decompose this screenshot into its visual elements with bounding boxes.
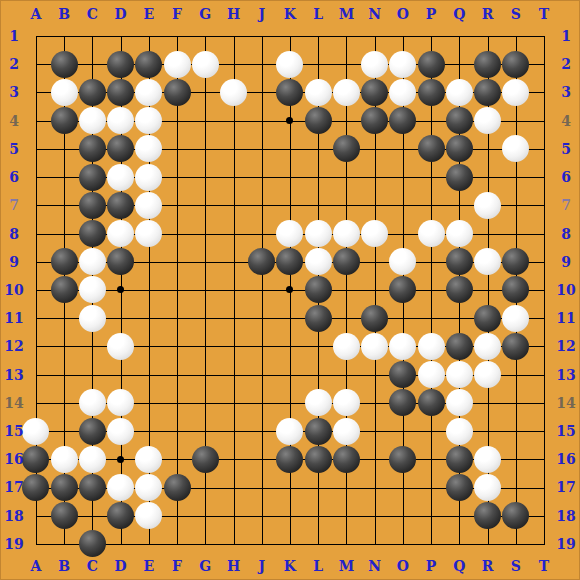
intersection-B3[interactable] <box>50 78 78 106</box>
intersection-S10[interactable] <box>502 276 530 304</box>
intersection-B16[interactable] <box>50 445 78 473</box>
intersection-O10[interactable] <box>389 276 417 304</box>
intersection-A16[interactable] <box>22 445 50 473</box>
intersection-N9[interactable] <box>361 248 389 276</box>
intersection-P16[interactable] <box>417 445 445 473</box>
intersection-L7[interactable] <box>304 191 332 219</box>
intersection-M3[interactable] <box>332 78 360 106</box>
intersection-G6[interactable] <box>191 163 219 191</box>
intersection-E8[interactable] <box>135 219 163 247</box>
intersection-N1[interactable] <box>361 22 389 50</box>
intersection-K18[interactable] <box>276 502 304 530</box>
intersection-J18[interactable] <box>248 502 276 530</box>
intersection-P1[interactable] <box>417 22 445 50</box>
intersection-J17[interactable] <box>248 473 276 501</box>
intersection-Q6[interactable] <box>445 163 473 191</box>
intersection-R15[interactable] <box>473 417 501 445</box>
intersection-E7[interactable] <box>135 191 163 219</box>
intersection-S6[interactable] <box>502 163 530 191</box>
intersection-M8[interactable] <box>332 219 360 247</box>
intersection-N7[interactable] <box>361 191 389 219</box>
intersection-F7[interactable] <box>163 191 191 219</box>
intersection-D16[interactable] <box>107 445 135 473</box>
intersection-B10[interactable] <box>50 276 78 304</box>
intersection-E3[interactable] <box>135 78 163 106</box>
intersection-G7[interactable] <box>191 191 219 219</box>
intersection-F9[interactable] <box>163 248 191 276</box>
intersection-M12[interactable] <box>332 332 360 360</box>
intersection-H17[interactable] <box>219 473 247 501</box>
intersection-F5[interactable] <box>163 135 191 163</box>
intersection-E10[interactable] <box>135 276 163 304</box>
intersection-N2[interactable] <box>361 50 389 78</box>
intersection-L15[interactable] <box>304 417 332 445</box>
intersection-H10[interactable] <box>219 276 247 304</box>
intersection-L4[interactable] <box>304 107 332 135</box>
intersection-L13[interactable] <box>304 361 332 389</box>
intersection-B17[interactable] <box>50 473 78 501</box>
intersection-K7[interactable] <box>276 191 304 219</box>
intersection-H9[interactable] <box>219 248 247 276</box>
intersection-B13[interactable] <box>50 361 78 389</box>
intersection-C6[interactable] <box>78 163 106 191</box>
intersection-L1[interactable] <box>304 22 332 50</box>
intersection-B12[interactable] <box>50 332 78 360</box>
intersection-D17[interactable] <box>107 473 135 501</box>
intersection-D15[interactable] <box>107 417 135 445</box>
intersection-H1[interactable] <box>219 22 247 50</box>
intersection-A12[interactable] <box>22 332 50 360</box>
intersection-F11[interactable] <box>163 304 191 332</box>
intersection-E2[interactable] <box>135 50 163 78</box>
intersection-M14[interactable] <box>332 389 360 417</box>
intersection-L18[interactable] <box>304 502 332 530</box>
intersection-C8[interactable] <box>78 219 106 247</box>
intersection-P5[interactable] <box>417 135 445 163</box>
intersection-M16[interactable] <box>332 445 360 473</box>
intersection-N14[interactable] <box>361 389 389 417</box>
intersection-Q1[interactable] <box>445 22 473 50</box>
intersection-J4[interactable] <box>248 107 276 135</box>
intersection-J14[interactable] <box>248 389 276 417</box>
intersection-O11[interactable] <box>389 304 417 332</box>
intersection-A14[interactable] <box>22 389 50 417</box>
intersection-B14[interactable] <box>50 389 78 417</box>
intersection-M9[interactable] <box>332 248 360 276</box>
intersection-G4[interactable] <box>191 107 219 135</box>
intersection-C12[interactable] <box>78 332 106 360</box>
intersection-Q17[interactable] <box>445 473 473 501</box>
intersection-C9[interactable] <box>78 248 106 276</box>
intersection-P10[interactable] <box>417 276 445 304</box>
intersection-R18[interactable] <box>473 502 501 530</box>
intersection-S18[interactable] <box>502 502 530 530</box>
intersection-F1[interactable] <box>163 22 191 50</box>
intersection-R12[interactable] <box>473 332 501 360</box>
intersection-D1[interactable] <box>107 22 135 50</box>
intersection-H15[interactable] <box>219 417 247 445</box>
intersection-D2[interactable] <box>107 50 135 78</box>
intersection-Q16[interactable] <box>445 445 473 473</box>
intersection-L5[interactable] <box>304 135 332 163</box>
intersection-P14[interactable] <box>417 389 445 417</box>
intersection-O14[interactable] <box>389 389 417 417</box>
intersection-S9[interactable] <box>502 248 530 276</box>
intersection-P6[interactable] <box>417 163 445 191</box>
intersection-K12[interactable] <box>276 332 304 360</box>
intersection-J3[interactable] <box>248 78 276 106</box>
intersection-E9[interactable] <box>135 248 163 276</box>
intersection-H14[interactable] <box>219 389 247 417</box>
intersection-D14[interactable] <box>107 389 135 417</box>
intersection-K15[interactable] <box>276 417 304 445</box>
intersection-K14[interactable] <box>276 389 304 417</box>
intersection-R11[interactable] <box>473 304 501 332</box>
intersection-N4[interactable] <box>361 107 389 135</box>
intersection-K16[interactable] <box>276 445 304 473</box>
intersection-R13[interactable] <box>473 361 501 389</box>
intersection-J16[interactable] <box>248 445 276 473</box>
intersection-A2[interactable] <box>22 50 50 78</box>
intersection-A9[interactable] <box>22 248 50 276</box>
intersection-L9[interactable] <box>304 248 332 276</box>
intersection-R17[interactable] <box>473 473 501 501</box>
intersection-E16[interactable] <box>135 445 163 473</box>
intersection-N17[interactable] <box>361 473 389 501</box>
intersection-S7[interactable] <box>502 191 530 219</box>
intersection-B6[interactable] <box>50 163 78 191</box>
intersection-Q4[interactable] <box>445 107 473 135</box>
intersection-K3[interactable] <box>276 78 304 106</box>
intersection-P4[interactable] <box>417 107 445 135</box>
intersection-S3[interactable] <box>502 78 530 106</box>
intersection-G17[interactable] <box>191 473 219 501</box>
intersection-K8[interactable] <box>276 219 304 247</box>
intersection-M15[interactable] <box>332 417 360 445</box>
intersection-B5[interactable] <box>50 135 78 163</box>
intersection-E1[interactable] <box>135 22 163 50</box>
intersection-E15[interactable] <box>135 417 163 445</box>
intersection-D7[interactable] <box>107 191 135 219</box>
intersection-O18[interactable] <box>389 502 417 530</box>
intersection-A17[interactable] <box>22 473 50 501</box>
intersection-C11[interactable] <box>78 304 106 332</box>
intersection-G5[interactable] <box>191 135 219 163</box>
intersection-R5[interactable] <box>473 135 501 163</box>
intersection-S5[interactable] <box>502 135 530 163</box>
intersection-O7[interactable] <box>389 191 417 219</box>
intersection-O6[interactable] <box>389 163 417 191</box>
intersection-P13[interactable] <box>417 361 445 389</box>
intersection-C4[interactable] <box>78 107 106 135</box>
intersection-H3[interactable] <box>219 78 247 106</box>
intersection-N8[interactable] <box>361 219 389 247</box>
intersection-P11[interactable] <box>417 304 445 332</box>
intersection-P17[interactable] <box>417 473 445 501</box>
intersection-S13[interactable] <box>502 361 530 389</box>
intersection-C14[interactable] <box>78 389 106 417</box>
intersection-M5[interactable] <box>332 135 360 163</box>
intersection-O12[interactable] <box>389 332 417 360</box>
intersection-P3[interactable] <box>417 78 445 106</box>
intersection-B15[interactable] <box>50 417 78 445</box>
intersection-B7[interactable] <box>50 191 78 219</box>
intersection-Q14[interactable] <box>445 389 473 417</box>
intersection-C13[interactable] <box>78 361 106 389</box>
intersection-O5[interactable] <box>389 135 417 163</box>
intersection-J7[interactable] <box>248 191 276 219</box>
intersection-H13[interactable] <box>219 361 247 389</box>
intersection-D12[interactable] <box>107 332 135 360</box>
intersection-F16[interactable] <box>163 445 191 473</box>
intersection-N11[interactable] <box>361 304 389 332</box>
intersection-C16[interactable] <box>78 445 106 473</box>
intersection-E12[interactable] <box>135 332 163 360</box>
intersection-P8[interactable] <box>417 219 445 247</box>
intersection-O16[interactable] <box>389 445 417 473</box>
intersection-J6[interactable] <box>248 163 276 191</box>
intersection-Q13[interactable] <box>445 361 473 389</box>
intersection-A13[interactable] <box>22 361 50 389</box>
intersection-G2[interactable] <box>191 50 219 78</box>
intersection-S11[interactable] <box>502 304 530 332</box>
intersection-L12[interactable] <box>304 332 332 360</box>
intersection-B11[interactable] <box>50 304 78 332</box>
intersection-A3[interactable] <box>22 78 50 106</box>
intersection-G16[interactable] <box>191 445 219 473</box>
intersection-S8[interactable] <box>502 219 530 247</box>
intersection-O9[interactable] <box>389 248 417 276</box>
intersection-M4[interactable] <box>332 107 360 135</box>
intersection-A10[interactable] <box>22 276 50 304</box>
intersection-D13[interactable] <box>107 361 135 389</box>
intersection-Q10[interactable] <box>445 276 473 304</box>
intersection-E6[interactable] <box>135 163 163 191</box>
intersection-L17[interactable] <box>304 473 332 501</box>
intersection-F3[interactable] <box>163 78 191 106</box>
intersection-K2[interactable] <box>276 50 304 78</box>
intersection-N6[interactable] <box>361 163 389 191</box>
intersection-G11[interactable] <box>191 304 219 332</box>
intersection-C18[interactable] <box>78 502 106 530</box>
intersection-Q18[interactable] <box>445 502 473 530</box>
intersection-C17[interactable] <box>78 473 106 501</box>
intersection-R6[interactable] <box>473 163 501 191</box>
intersection-H8[interactable] <box>219 219 247 247</box>
intersection-G18[interactable] <box>191 502 219 530</box>
intersection-P12[interactable] <box>417 332 445 360</box>
intersection-M10[interactable] <box>332 276 360 304</box>
intersection-P18[interactable] <box>417 502 445 530</box>
intersection-M11[interactable] <box>332 304 360 332</box>
intersection-O1[interactable] <box>389 22 417 50</box>
intersection-A18[interactable] <box>22 502 50 530</box>
intersection-C10[interactable] <box>78 276 106 304</box>
intersection-N13[interactable] <box>361 361 389 389</box>
intersection-R16[interactable] <box>473 445 501 473</box>
intersection-J8[interactable] <box>248 219 276 247</box>
intersection-J15[interactable] <box>248 417 276 445</box>
intersection-F10[interactable] <box>163 276 191 304</box>
intersection-H7[interactable] <box>219 191 247 219</box>
intersection-R2[interactable] <box>473 50 501 78</box>
intersection-J5[interactable] <box>248 135 276 163</box>
intersection-N10[interactable] <box>361 276 389 304</box>
intersection-O3[interactable] <box>389 78 417 106</box>
intersection-S2[interactable] <box>502 50 530 78</box>
intersection-A4[interactable] <box>22 107 50 135</box>
intersection-J13[interactable] <box>248 361 276 389</box>
intersection-J10[interactable] <box>248 276 276 304</box>
intersection-J11[interactable] <box>248 304 276 332</box>
intersection-H16[interactable] <box>219 445 247 473</box>
intersection-Q2[interactable] <box>445 50 473 78</box>
intersection-J1[interactable] <box>248 22 276 50</box>
intersection-M13[interactable] <box>332 361 360 389</box>
intersection-E17[interactable] <box>135 473 163 501</box>
intersection-D5[interactable] <box>107 135 135 163</box>
intersection-G14[interactable] <box>191 389 219 417</box>
intersection-E14[interactable] <box>135 389 163 417</box>
intersection-B1[interactable] <box>50 22 78 50</box>
intersection-D11[interactable] <box>107 304 135 332</box>
intersection-K10[interactable] <box>276 276 304 304</box>
intersection-E13[interactable] <box>135 361 163 389</box>
intersection-F14[interactable] <box>163 389 191 417</box>
intersection-R10[interactable] <box>473 276 501 304</box>
intersection-K4[interactable] <box>276 107 304 135</box>
intersection-F2[interactable] <box>163 50 191 78</box>
intersection-A5[interactable] <box>22 135 50 163</box>
intersection-G3[interactable] <box>191 78 219 106</box>
intersection-C7[interactable] <box>78 191 106 219</box>
intersection-A7[interactable] <box>22 191 50 219</box>
intersection-L16[interactable] <box>304 445 332 473</box>
intersection-M18[interactable] <box>332 502 360 530</box>
intersection-A15[interactable] <box>22 417 50 445</box>
intersection-K9[interactable] <box>276 248 304 276</box>
intersection-R1[interactable] <box>473 22 501 50</box>
intersection-M1[interactable] <box>332 22 360 50</box>
intersection-S1[interactable] <box>502 22 530 50</box>
intersection-B4[interactable] <box>50 107 78 135</box>
intersection-F6[interactable] <box>163 163 191 191</box>
intersection-L14[interactable] <box>304 389 332 417</box>
intersection-F4[interactable] <box>163 107 191 135</box>
intersection-N5[interactable] <box>361 135 389 163</box>
intersection-F12[interactable] <box>163 332 191 360</box>
intersection-D8[interactable] <box>107 219 135 247</box>
intersection-K11[interactable] <box>276 304 304 332</box>
intersection-H18[interactable] <box>219 502 247 530</box>
intersection-B9[interactable] <box>50 248 78 276</box>
intersection-O13[interactable] <box>389 361 417 389</box>
intersection-J12[interactable] <box>248 332 276 360</box>
intersection-D3[interactable] <box>107 78 135 106</box>
intersection-A1[interactable] <box>22 22 50 50</box>
intersection-O4[interactable] <box>389 107 417 135</box>
intersection-K17[interactable] <box>276 473 304 501</box>
intersection-Q8[interactable] <box>445 219 473 247</box>
intersection-S15[interactable] <box>502 417 530 445</box>
intersection-L6[interactable] <box>304 163 332 191</box>
intersection-Q9[interactable] <box>445 248 473 276</box>
intersection-H4[interactable] <box>219 107 247 135</box>
intersection-P2[interactable] <box>417 50 445 78</box>
intersection-R8[interactable] <box>473 219 501 247</box>
intersection-L8[interactable] <box>304 219 332 247</box>
intersection-K13[interactable] <box>276 361 304 389</box>
intersection-H6[interactable] <box>219 163 247 191</box>
intersection-G12[interactable] <box>191 332 219 360</box>
intersection-H12[interactable] <box>219 332 247 360</box>
intersection-D9[interactable] <box>107 248 135 276</box>
intersection-S17[interactable] <box>502 473 530 501</box>
intersection-N18[interactable] <box>361 502 389 530</box>
intersection-A6[interactable] <box>22 163 50 191</box>
intersection-C5[interactable] <box>78 135 106 163</box>
intersection-C15[interactable] <box>78 417 106 445</box>
intersection-E4[interactable] <box>135 107 163 135</box>
intersection-L10[interactable] <box>304 276 332 304</box>
intersection-O8[interactable] <box>389 219 417 247</box>
intersection-E11[interactable] <box>135 304 163 332</box>
intersection-Q3[interactable] <box>445 78 473 106</box>
intersection-N15[interactable] <box>361 417 389 445</box>
intersection-H5[interactable] <box>219 135 247 163</box>
intersection-M17[interactable] <box>332 473 360 501</box>
intersection-M6[interactable] <box>332 163 360 191</box>
intersection-N3[interactable] <box>361 78 389 106</box>
intersection-B18[interactable] <box>50 502 78 530</box>
intersection-F15[interactable] <box>163 417 191 445</box>
intersection-E5[interactable] <box>135 135 163 163</box>
intersection-F18[interactable] <box>163 502 191 530</box>
intersection-P9[interactable] <box>417 248 445 276</box>
intersection-N12[interactable] <box>361 332 389 360</box>
intersection-Q15[interactable] <box>445 417 473 445</box>
intersection-R3[interactable] <box>473 78 501 106</box>
intersection-D4[interactable] <box>107 107 135 135</box>
intersection-R7[interactable] <box>473 191 501 219</box>
intersection-G13[interactable] <box>191 361 219 389</box>
intersection-P7[interactable] <box>417 191 445 219</box>
intersection-G1[interactable] <box>191 22 219 50</box>
intersection-D18[interactable] <box>107 502 135 530</box>
intersection-F17[interactable] <box>163 473 191 501</box>
intersection-N16[interactable] <box>361 445 389 473</box>
intersection-O2[interactable] <box>389 50 417 78</box>
intersection-L11[interactable] <box>304 304 332 332</box>
intersection-S16[interactable] <box>502 445 530 473</box>
intersection-R4[interactable] <box>473 107 501 135</box>
intersection-L2[interactable] <box>304 50 332 78</box>
intersection-G9[interactable] <box>191 248 219 276</box>
intersection-A11[interactable] <box>22 304 50 332</box>
intersection-L3[interactable] <box>304 78 332 106</box>
intersection-K5[interactable] <box>276 135 304 163</box>
intersection-M7[interactable] <box>332 191 360 219</box>
intersection-M2[interactable] <box>332 50 360 78</box>
intersection-H11[interactable] <box>219 304 247 332</box>
intersection-F8[interactable] <box>163 219 191 247</box>
intersection-C2[interactable] <box>78 50 106 78</box>
intersection-Q5[interactable] <box>445 135 473 163</box>
intersection-O15[interactable] <box>389 417 417 445</box>
intersection-H2[interactable] <box>219 50 247 78</box>
intersection-R9[interactable] <box>473 248 501 276</box>
intersection-B2[interactable] <box>50 50 78 78</box>
